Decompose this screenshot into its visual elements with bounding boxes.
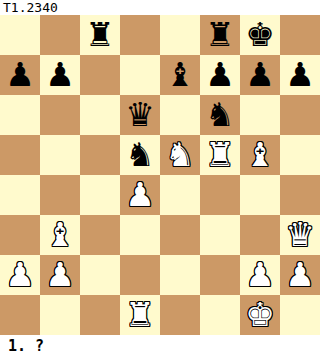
- black-bishop-e7: ♝: [165, 55, 195, 95]
- square-e5[interactable]: ♞: [160, 135, 200, 175]
- chess-board: ♜♜♚♟♟♝♟♟♟♛♞♞♞♜♝♟♝♛♟♟♟♟♜♚: [0, 15, 320, 335]
- square-h5[interactable]: [280, 135, 320, 175]
- white-rook-f5: ♜: [205, 135, 235, 175]
- square-d1[interactable]: ♜: [120, 295, 160, 335]
- white-pawn-d4: ♟: [125, 175, 155, 215]
- white-pawn-a2: ♟: [5, 255, 35, 295]
- square-c6[interactable]: [80, 95, 120, 135]
- white-rook-d1: ♜: [125, 295, 155, 335]
- square-h2[interactable]: ♟: [280, 255, 320, 295]
- square-g5[interactable]: ♝: [240, 135, 280, 175]
- square-h6[interactable]: [280, 95, 320, 135]
- square-g6[interactable]: [240, 95, 280, 135]
- square-d6[interactable]: ♛: [120, 95, 160, 135]
- square-h3[interactable]: ♛: [280, 215, 320, 255]
- square-e8[interactable]: [160, 15, 200, 55]
- black-pawn-h7: ♟: [285, 55, 315, 95]
- square-e3[interactable]: [160, 215, 200, 255]
- square-d3[interactable]: [120, 215, 160, 255]
- black-pawn-f7: ♟: [205, 55, 235, 95]
- white-king-g1: ♚: [245, 295, 275, 335]
- square-e2[interactable]: [160, 255, 200, 295]
- black-pawn-b7: ♟: [45, 55, 75, 95]
- square-a6[interactable]: [0, 95, 40, 135]
- black-king-g8: ♚: [245, 15, 275, 55]
- square-b5[interactable]: [40, 135, 80, 175]
- square-e1[interactable]: [160, 295, 200, 335]
- square-c7[interactable]: [80, 55, 120, 95]
- square-a5[interactable]: [0, 135, 40, 175]
- square-b7[interactable]: ♟: [40, 55, 80, 95]
- black-rook-c8: ♜: [85, 15, 115, 55]
- white-pawn-g2: ♟: [245, 255, 275, 295]
- white-pawn-h2: ♟: [285, 255, 315, 295]
- white-queen-h3: ♛: [285, 215, 315, 255]
- square-c2[interactable]: [80, 255, 120, 295]
- square-a4[interactable]: [0, 175, 40, 215]
- square-g8[interactable]: ♚: [240, 15, 280, 55]
- square-a2[interactable]: ♟: [0, 255, 40, 295]
- square-b1[interactable]: [40, 295, 80, 335]
- square-a8[interactable]: [0, 15, 40, 55]
- square-f8[interactable]: ♜: [200, 15, 240, 55]
- square-g3[interactable]: [240, 215, 280, 255]
- square-h1[interactable]: [280, 295, 320, 335]
- square-d5[interactable]: ♞: [120, 135, 160, 175]
- square-g4[interactable]: [240, 175, 280, 215]
- square-b6[interactable]: [40, 95, 80, 135]
- square-f4[interactable]: [200, 175, 240, 215]
- white-bishop-g5: ♝: [245, 135, 275, 175]
- square-b8[interactable]: [40, 15, 80, 55]
- square-h4[interactable]: [280, 175, 320, 215]
- white-pawn-b2: ♟: [45, 255, 75, 295]
- move-prompt: 1. ?: [8, 337, 44, 355]
- square-b3[interactable]: ♝: [40, 215, 80, 255]
- black-knight-d5: ♞: [125, 135, 155, 175]
- black-pawn-g7: ♟: [245, 55, 275, 95]
- black-queen-d6: ♛: [125, 95, 155, 135]
- square-h7[interactable]: ♟: [280, 55, 320, 95]
- square-f1[interactable]: [200, 295, 240, 335]
- square-e7[interactable]: ♝: [160, 55, 200, 95]
- square-f3[interactable]: [200, 215, 240, 255]
- square-c3[interactable]: [80, 215, 120, 255]
- square-d8[interactable]: [120, 15, 160, 55]
- square-b2[interactable]: ♟: [40, 255, 80, 295]
- square-e6[interactable]: [160, 95, 200, 135]
- square-b4[interactable]: [40, 175, 80, 215]
- black-knight-f6: ♞: [205, 95, 235, 135]
- white-knight-e5: ♞: [165, 135, 195, 175]
- square-g1[interactable]: ♚: [240, 295, 280, 335]
- square-h8[interactable]: [280, 15, 320, 55]
- square-a7[interactable]: ♟: [0, 55, 40, 95]
- square-f6[interactable]: ♞: [200, 95, 240, 135]
- square-e4[interactable]: [160, 175, 200, 215]
- square-c8[interactable]: ♜: [80, 15, 120, 55]
- puzzle-title: T1.2340: [3, 0, 58, 15]
- square-a1[interactable]: [0, 295, 40, 335]
- square-g7[interactable]: ♟: [240, 55, 280, 95]
- square-d4[interactable]: ♟: [120, 175, 160, 215]
- square-c4[interactable]: [80, 175, 120, 215]
- black-rook-f8: ♜: [205, 15, 235, 55]
- square-g2[interactable]: ♟: [240, 255, 280, 295]
- black-pawn-a7: ♟: [5, 55, 35, 95]
- square-a3[interactable]: [0, 215, 40, 255]
- square-d7[interactable]: [120, 55, 160, 95]
- square-d2[interactable]: [120, 255, 160, 295]
- square-f7[interactable]: ♟: [200, 55, 240, 95]
- square-c1[interactable]: [80, 295, 120, 335]
- square-f2[interactable]: [200, 255, 240, 295]
- square-c5[interactable]: [80, 135, 120, 175]
- white-bishop-b3: ♝: [45, 215, 75, 255]
- square-f5[interactable]: ♜: [200, 135, 240, 175]
